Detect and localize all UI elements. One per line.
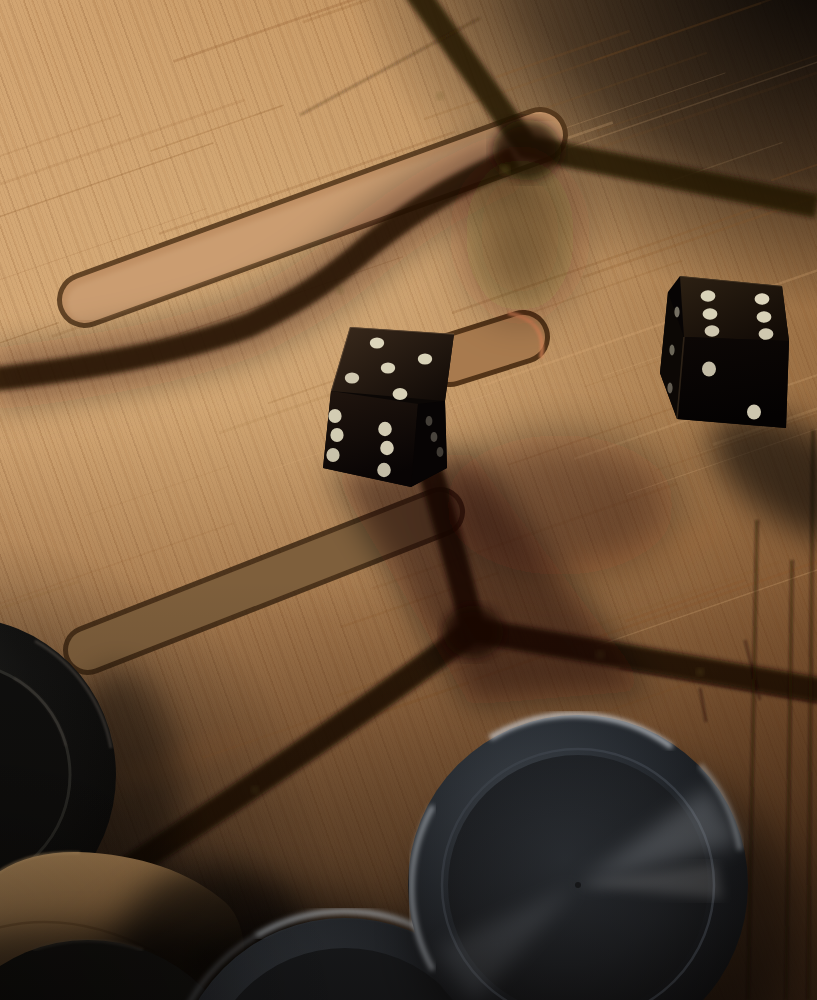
brass-fleck [500,165,510,175]
wood-grain-line [0,114,121,169]
slot-capsule-center [450,313,542,360]
steel-center-dot [575,882,581,888]
die-pip [755,293,770,305]
wood-grain-line [594,0,817,60]
die-pip [377,463,391,477]
die-pip [759,328,774,340]
board-photo: Close-up of a wooden hexagon-cell game b… [0,0,817,1000]
die-pip [747,405,761,420]
die-pip [380,441,394,455]
die-pip [674,307,679,318]
die-2 [660,276,789,428]
die-pip [370,337,384,348]
die-1 [323,327,454,487]
die-pip [326,448,339,462]
die-pip [330,428,343,442]
wood-grain-line [0,143,214,237]
brass-fleck [251,786,259,794]
die-pip [426,416,433,426]
die-pip [328,409,341,423]
die-pip [345,372,359,383]
die-pip [418,353,432,364]
die-pip [669,345,674,356]
die-pip [431,432,438,442]
wood-grain-line [521,53,707,117]
brass-fleck [696,668,704,676]
die-pip [703,308,718,320]
die-pip [393,388,408,400]
scene-canvas: Close-up of a wooden hexagon-cell game b… [0,0,817,1000]
brass-fleck [336,286,344,294]
grain-seam-line [300,18,480,115]
wood-grain-line [174,0,559,62]
die-pip [702,362,716,377]
wood-grain-line [19,116,254,197]
die-pip [757,311,772,323]
steel-checker-main [408,715,807,1000]
die-pip [701,290,716,302]
die-pip [705,325,720,337]
die-pip [378,422,392,436]
die-1-soft-shadow [445,435,675,575]
brass-fleck [436,92,444,100]
slot-interior [450,337,523,360]
die-pip [381,362,395,373]
junction-soft-shadow [465,157,575,313]
wood-grain-line [85,466,230,516]
die-pip [437,447,444,457]
die-2-front-face [677,337,789,428]
die-pip [667,383,672,394]
wood-grain-line [597,11,817,131]
